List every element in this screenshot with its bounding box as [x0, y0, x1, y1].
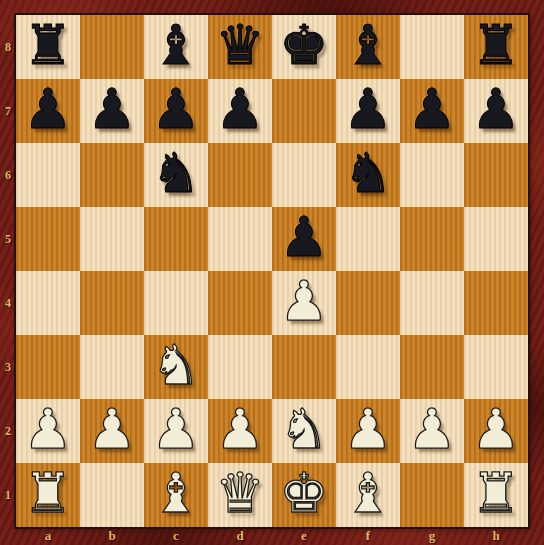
square-a5[interactable]	[16, 207, 80, 271]
square-h4[interactable]	[464, 271, 528, 335]
square-e6[interactable]	[272, 143, 336, 207]
square-e3[interactable]	[272, 335, 336, 399]
file-label-g: g	[400, 527, 464, 545]
white-pawn-f2[interactable]: ♟	[343, 402, 392, 457]
square-g5[interactable]	[400, 207, 464, 271]
square-b7[interactable]: ♟	[80, 79, 144, 143]
black-knight-c6[interactable]: ♞	[151, 146, 200, 201]
square-b1[interactable]	[80, 463, 144, 527]
white-rook-h1[interactable]: ♜	[471, 466, 520, 521]
square-e4[interactable]: ♟	[272, 271, 336, 335]
white-pawn-h2[interactable]: ♟	[471, 402, 520, 457]
square-d5[interactable]	[208, 207, 272, 271]
square-g7[interactable]: ♟	[400, 79, 464, 143]
rank-label-6: 6	[0, 143, 16, 207]
square-d4[interactable]	[208, 271, 272, 335]
square-c8[interactable]: ♝	[144, 15, 208, 79]
black-pawn-b7[interactable]: ♟	[87, 82, 136, 137]
square-c5[interactable]	[144, 207, 208, 271]
square-e7[interactable]	[272, 79, 336, 143]
square-b2[interactable]: ♟	[80, 399, 144, 463]
square-h1[interactable]: ♜	[464, 463, 528, 527]
square-g4[interactable]	[400, 271, 464, 335]
black-pawn-f7[interactable]: ♟	[343, 82, 392, 137]
black-knight-f6[interactable]: ♞	[343, 146, 392, 201]
white-pawn-d2[interactable]: ♟	[215, 402, 264, 457]
square-e2[interactable]: ♞	[272, 399, 336, 463]
square-f7[interactable]: ♟	[336, 79, 400, 143]
rank-label-4: 4	[0, 271, 16, 335]
rank-label-7: 7	[0, 79, 16, 143]
white-pawn-e4[interactable]: ♟	[279, 274, 328, 329]
square-c2[interactable]: ♟	[144, 399, 208, 463]
black-pawn-a7[interactable]: ♟	[23, 82, 72, 137]
square-g8[interactable]	[400, 15, 464, 79]
square-g3[interactable]	[400, 335, 464, 399]
rank-label-1: 1	[0, 463, 16, 527]
black-rook-h8[interactable]: ♜	[471, 18, 520, 73]
white-king-e1[interactable]: ♚	[279, 466, 328, 521]
white-pawn-c2[interactable]: ♟	[151, 402, 200, 457]
square-c6[interactable]: ♞	[144, 143, 208, 207]
square-a8[interactable]: ♜	[16, 15, 80, 79]
square-f2[interactable]: ♟	[336, 399, 400, 463]
square-c7[interactable]: ♟	[144, 79, 208, 143]
square-a3[interactable]	[16, 335, 80, 399]
square-c3[interactable]: ♞	[144, 335, 208, 399]
square-f4[interactable]	[336, 271, 400, 335]
white-rook-a1[interactable]: ♜	[23, 466, 72, 521]
square-d2[interactable]: ♟	[208, 399, 272, 463]
square-h7[interactable]: ♟	[464, 79, 528, 143]
black-rook-a8[interactable]: ♜	[23, 18, 72, 73]
rank-label-8: 8	[0, 15, 16, 79]
square-h5[interactable]	[464, 207, 528, 271]
square-g6[interactable]	[400, 143, 464, 207]
square-h3[interactable]	[464, 335, 528, 399]
rank-label-5: 5	[0, 207, 16, 271]
square-g1[interactable]	[400, 463, 464, 527]
square-d7[interactable]: ♟	[208, 79, 272, 143]
file-label-a: a	[16, 527, 80, 545]
square-d3[interactable]	[208, 335, 272, 399]
white-knight-c3[interactable]: ♞	[151, 338, 200, 393]
black-pawn-g7[interactable]: ♟	[407, 82, 456, 137]
white-pawn-a2[interactable]: ♟	[23, 402, 72, 457]
square-a1[interactable]: ♜	[16, 463, 80, 527]
black-pawn-h7[interactable]: ♟	[471, 82, 520, 137]
square-d8[interactable]: ♛	[208, 15, 272, 79]
black-pawn-c7[interactable]: ♟	[151, 82, 200, 137]
black-bishop-c8[interactable]: ♝	[151, 18, 200, 73]
black-king-e8[interactable]: ♚	[279, 18, 328, 73]
square-f5[interactable]	[336, 207, 400, 271]
square-c1[interactable]: ♝	[144, 463, 208, 527]
square-b3[interactable]	[80, 335, 144, 399]
square-f8[interactable]: ♝	[336, 15, 400, 79]
square-a2[interactable]: ♟	[16, 399, 80, 463]
file-label-e: e	[272, 527, 336, 545]
rank-labels: 87654321	[0, 15, 16, 527]
rank-label-2: 2	[0, 399, 16, 463]
square-e1[interactable]: ♚	[272, 463, 336, 527]
chessboard-frame: 87654321 ♜♝♛♚♝♜♟♟♟♟♟♟♟♞♞♟♟♞♟♟♟♟♞♟♟♟♜♝♛♚♝…	[0, 0, 544, 545]
square-c4[interactable]	[144, 271, 208, 335]
chessboard[interactable]: ♜♝♛♚♝♜♟♟♟♟♟♟♟♞♞♟♟♞♟♟♟♟♞♟♟♟♜♝♛♚♝♜	[16, 15, 528, 527]
square-a7[interactable]: ♟	[16, 79, 80, 143]
square-b4[interactable]	[80, 271, 144, 335]
file-label-d: d	[208, 527, 272, 545]
square-b5[interactable]	[80, 207, 144, 271]
white-bishop-c1[interactable]: ♝	[151, 466, 200, 521]
rank-label-3: 3	[0, 335, 16, 399]
square-f1[interactable]: ♝	[336, 463, 400, 527]
white-bishop-f1[interactable]: ♝	[343, 466, 392, 521]
black-bishop-f8[interactable]: ♝	[343, 18, 392, 73]
white-queen-d1[interactable]: ♛	[215, 466, 264, 521]
square-b6[interactable]	[80, 143, 144, 207]
square-e5[interactable]: ♟	[272, 207, 336, 271]
square-h2[interactable]: ♟	[464, 399, 528, 463]
square-a6[interactable]	[16, 143, 80, 207]
white-pawn-b2[interactable]: ♟	[87, 402, 136, 457]
black-pawn-e5[interactable]: ♟	[279, 210, 328, 265]
square-e8[interactable]: ♚	[272, 15, 336, 79]
square-g2[interactable]: ♟	[400, 399, 464, 463]
square-d1[interactable]: ♛	[208, 463, 272, 527]
black-pawn-d7[interactable]: ♟	[215, 82, 264, 137]
file-label-c: c	[144, 527, 208, 545]
square-d6[interactable]	[208, 143, 272, 207]
square-f6[interactable]: ♞	[336, 143, 400, 207]
square-b8[interactable]	[80, 15, 144, 79]
file-labels: abcdefgh	[16, 527, 528, 545]
file-label-h: h	[464, 527, 528, 545]
square-h8[interactable]: ♜	[464, 15, 528, 79]
white-pawn-g2[interactable]: ♟	[407, 402, 456, 457]
square-a4[interactable]	[16, 271, 80, 335]
square-h6[interactable]	[464, 143, 528, 207]
black-queen-d8[interactable]: ♛	[215, 18, 264, 73]
file-label-f: f	[336, 527, 400, 545]
file-label-b: b	[80, 527, 144, 545]
square-f3[interactable]	[336, 335, 400, 399]
white-knight-e2[interactable]: ♞	[279, 402, 328, 457]
